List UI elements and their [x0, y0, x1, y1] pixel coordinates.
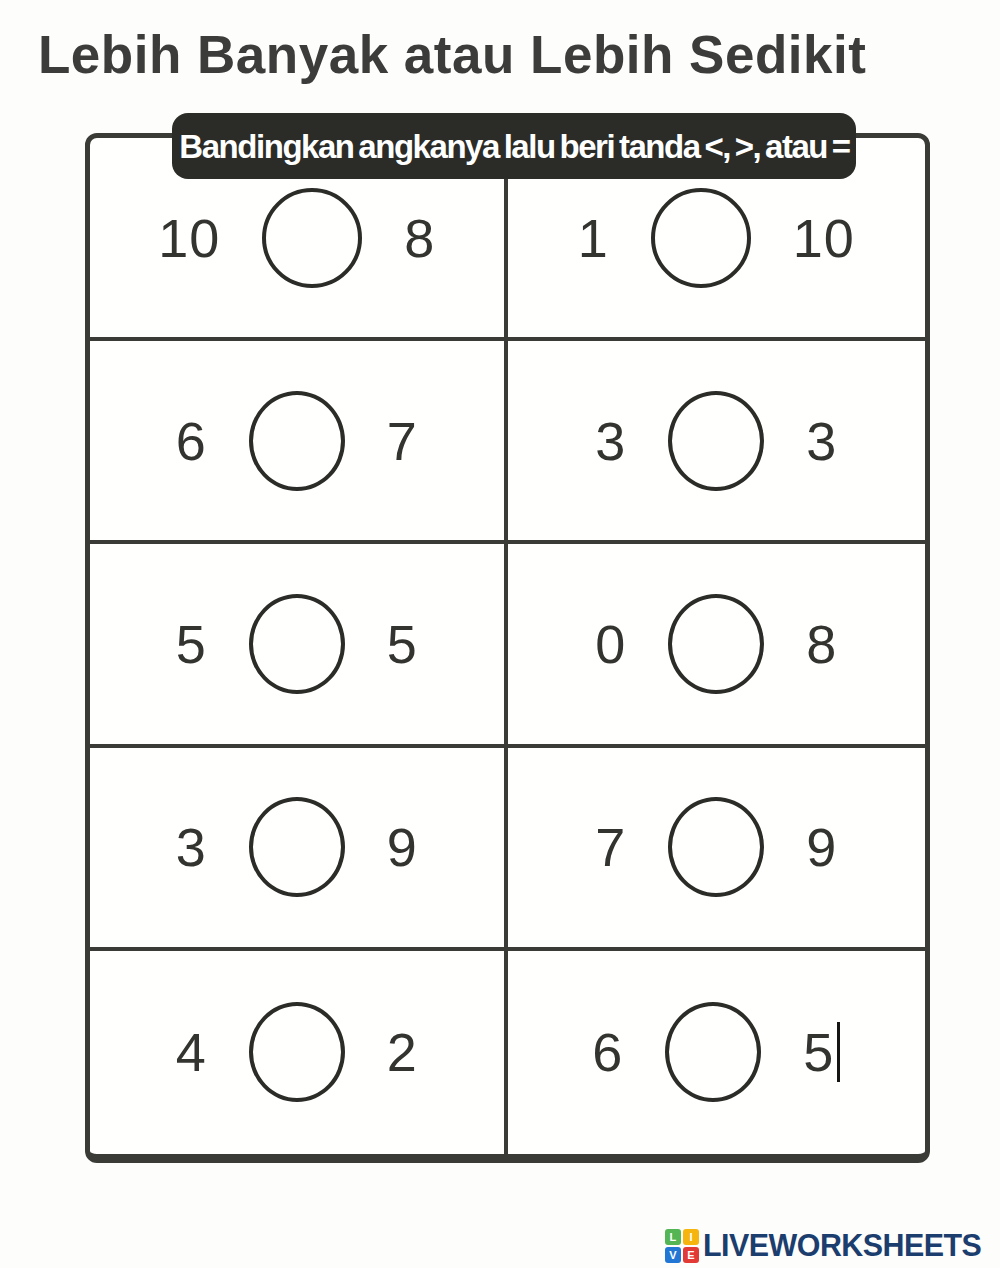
left-number: 1	[578, 211, 609, 265]
answer-circle[interactable]	[249, 1002, 345, 1102]
instruction-text: Bandingkan angkanya lalu beri tanda <, >…	[179, 127, 849, 166]
right-number: 2	[387, 1025, 418, 1079]
right-number: 8	[404, 211, 435, 265]
left-number: 10	[158, 211, 220, 265]
right-number: 7	[387, 414, 418, 468]
worksheet-title: Lebih Banyak atau Lebih Sedikit	[38, 24, 958, 85]
problem-cell: 65	[508, 951, 926, 1154]
answer-circle[interactable]	[668, 594, 764, 694]
right-number: 8	[806, 617, 837, 671]
right-number: 10	[793, 211, 855, 265]
answer-circle[interactable]	[668, 391, 764, 491]
left-number: 3	[176, 820, 207, 874]
problem-cell: 79	[508, 748, 926, 951]
right-number: 9	[806, 820, 837, 874]
liveworksheets-logo[interactable]: L I V E LIVEWORKSHEETS	[665, 1228, 987, 1264]
problem-cell: 39	[90, 748, 508, 951]
icon-tile-i: I	[683, 1229, 699, 1245]
left-number: 6	[176, 414, 207, 468]
right-number: 5	[387, 617, 418, 671]
left-number: 0	[595, 617, 626, 671]
left-number: 6	[592, 1025, 623, 1079]
right-number: 5	[803, 1025, 834, 1079]
answer-circle[interactable]	[668, 797, 764, 897]
icon-tile-e: E	[683, 1247, 699, 1263]
answer-circle[interactable]	[651, 188, 751, 288]
problem-cell: 08	[508, 544, 926, 747]
problem-cell: 67	[90, 341, 508, 544]
left-number: 7	[595, 820, 626, 874]
answer-circle[interactable]	[249, 594, 345, 694]
comparison-grid: 1081106733550839794265	[85, 133, 930, 1163]
icon-tile-l: L	[665, 1229, 681, 1245]
brand-text: LIVEWORKSHEETS	[703, 1228, 981, 1264]
left-number: 3	[595, 414, 626, 468]
answer-circle[interactable]	[249, 391, 345, 491]
right-number: 3	[806, 414, 837, 468]
instruction-banner: Bandingkan angkanya lalu beri tanda <, >…	[172, 113, 856, 179]
text-cursor	[837, 1022, 840, 1082]
problem-cell: 33	[508, 341, 926, 544]
answer-circle[interactable]	[262, 188, 362, 288]
problem-cell: 42	[90, 951, 508, 1154]
right-number: 9	[387, 820, 418, 874]
left-number: 4	[176, 1025, 207, 1079]
problem-cell: 55	[90, 544, 508, 747]
liveworksheets-icon: L I V E	[665, 1229, 699, 1263]
icon-tile-v: V	[665, 1247, 681, 1263]
answer-circle[interactable]	[665, 1002, 761, 1102]
left-number: 5	[176, 617, 207, 671]
answer-circle[interactable]	[249, 797, 345, 897]
